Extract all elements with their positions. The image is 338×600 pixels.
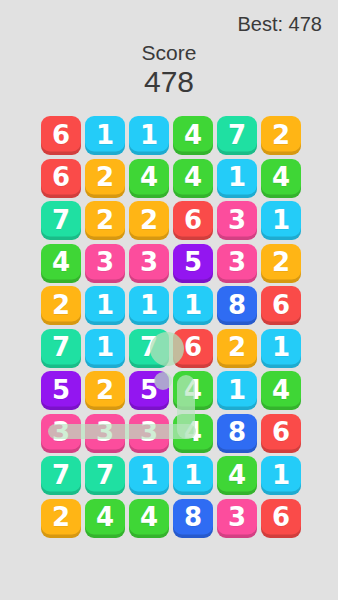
tile-r9-c3[interactable]: 1 (129, 456, 169, 495)
tile-r7-c3[interactable]: 5 (129, 371, 169, 410)
tile-number: 1 (96, 334, 114, 360)
tile-r6-c2[interactable]: 1 (85, 329, 125, 368)
score-panel: Score 478 (0, 42, 338, 98)
tile-r5-c6[interactable]: 6 (261, 286, 301, 325)
tile-r2-c3[interactable]: 4 (129, 159, 169, 198)
best-score-label: Best: 478 (237, 13, 322, 36)
tile-number: 6 (272, 419, 290, 445)
tile-number: 3 (96, 419, 114, 445)
tile-r8-c5[interactable]: 8 (217, 414, 257, 453)
tile-number: 3 (96, 249, 114, 275)
tile-number: 8 (228, 292, 246, 318)
tile-r7-c2[interactable]: 2 (85, 371, 125, 410)
tile-r4-c2[interactable]: 3 (85, 244, 125, 283)
tile-number: 8 (228, 419, 246, 445)
score-label: Score (0, 42, 338, 64)
tile-number: 1 (272, 462, 290, 488)
tile-r10-c6[interactable]: 6 (261, 499, 301, 538)
tile-r4-c6[interactable]: 2 (261, 244, 301, 283)
tile-r4-c3[interactable]: 3 (129, 244, 169, 283)
tile-r7-c1[interactable]: 5 (41, 371, 81, 410)
tile-number: 6 (184, 334, 202, 360)
tile-number: 7 (140, 334, 158, 360)
tile-r10-c1[interactable]: 2 (41, 499, 81, 538)
tile-number: 7 (228, 122, 246, 148)
tile-r10-c3[interactable]: 4 (129, 499, 169, 538)
tile-number: 1 (228, 377, 246, 403)
tile-r4-c1[interactable]: 4 (41, 244, 81, 283)
board-grid: 6114726244147226314335322111867176215254… (41, 116, 301, 538)
tile-number: 1 (272, 207, 290, 233)
tile-r3-c2[interactable]: 2 (85, 201, 125, 240)
tile-number: 3 (228, 504, 246, 530)
tile-number: 4 (184, 122, 202, 148)
tile-number: 3 (140, 249, 158, 275)
tile-number: 5 (184, 249, 202, 275)
tile-number: 7 (52, 462, 70, 488)
tile-r1-c5[interactable]: 7 (217, 116, 257, 155)
tile-number: 1 (228, 164, 246, 190)
tile-number: 6 (52, 164, 70, 190)
tile-r5-c4[interactable]: 1 (173, 286, 213, 325)
tile-r1-c4[interactable]: 4 (173, 116, 213, 155)
tile-number: 1 (140, 462, 158, 488)
tile-r3-c1[interactable]: 7 (41, 201, 81, 240)
tile-r1-c3[interactable]: 1 (129, 116, 169, 155)
tile-r10-c4[interactable]: 8 (173, 499, 213, 538)
tile-r8-c6[interactable]: 6 (261, 414, 301, 453)
tile-r3-c4[interactable]: 6 (173, 201, 213, 240)
tile-number: 1 (96, 292, 114, 318)
tile-r6-c1[interactable]: 7 (41, 329, 81, 368)
tile-number: 4 (272, 164, 290, 190)
tile-number: 2 (52, 292, 70, 318)
tile-r3-c5[interactable]: 3 (217, 201, 257, 240)
tile-r10-c5[interactable]: 3 (217, 499, 257, 538)
tile-number: 1 (184, 292, 202, 318)
tile-r2-c6[interactable]: 4 (261, 159, 301, 198)
tile-number: 2 (272, 122, 290, 148)
tile-r7-c4[interactable]: 4 (173, 371, 213, 410)
tile-number: 3 (140, 419, 158, 445)
tile-number: 2 (228, 334, 246, 360)
tile-r8-c1[interactable]: 3 (41, 414, 81, 453)
tile-r9-c2[interactable]: 7 (85, 456, 125, 495)
tile-number: 2 (96, 207, 114, 233)
tile-number: 4 (272, 377, 290, 403)
tile-number: 5 (52, 377, 70, 403)
tile-number: 4 (96, 504, 114, 530)
tile-r9-c5[interactable]: 4 (217, 456, 257, 495)
tile-r1-c1[interactable]: 6 (41, 116, 81, 155)
tile-number: 4 (184, 164, 202, 190)
tile-r7-c5[interactable]: 1 (217, 371, 257, 410)
tile-r3-c3[interactable]: 2 (129, 201, 169, 240)
tile-number: 1 (140, 122, 158, 148)
tile-r2-c4[interactable]: 4 (173, 159, 213, 198)
tile-r4-c4[interactable]: 5 (173, 244, 213, 283)
tile-r5-c3[interactable]: 1 (129, 286, 169, 325)
tile-number: 6 (272, 504, 290, 530)
tile-number: 4 (52, 249, 70, 275)
tile-r3-c6[interactable]: 1 (261, 201, 301, 240)
tile-number: 2 (52, 504, 70, 530)
tile-r8-c4[interactable]: 4 (173, 414, 213, 453)
tile-r2-c2[interactable]: 2 (85, 159, 125, 198)
score-value: 478 (0, 66, 338, 98)
tile-r6-c5[interactable]: 2 (217, 329, 257, 368)
game-screen: Best: 478 Score 478 61147262441472263143… (0, 0, 338, 600)
tile-number: 4 (140, 504, 158, 530)
tile-number: 3 (228, 249, 246, 275)
tile-r1-c6[interactable]: 2 (261, 116, 301, 155)
tile-r8-c3[interactable]: 3 (129, 414, 169, 453)
tile-number: 7 (52, 207, 70, 233)
tile-r4-c5[interactable]: 3 (217, 244, 257, 283)
tile-number: 6 (52, 122, 70, 148)
tile-number: 1 (96, 122, 114, 148)
tile-number: 4 (184, 419, 202, 445)
tile-r9-c1[interactable]: 7 (41, 456, 81, 495)
tile-number: 4 (140, 164, 158, 190)
tile-number: 3 (228, 207, 246, 233)
tile-r2-c1[interactable]: 6 (41, 159, 81, 198)
tile-number: 8 (184, 504, 202, 530)
tile-r5-c1[interactable]: 2 (41, 286, 81, 325)
tile-r10-c2[interactable]: 4 (85, 499, 125, 538)
tile-number: 4 (184, 377, 202, 403)
tile-number: 6 (272, 292, 290, 318)
tile-r9-c6[interactable]: 1 (261, 456, 301, 495)
tile-r6-c6[interactable]: 1 (261, 329, 301, 368)
tile-r9-c4[interactable]: 1 (173, 456, 213, 495)
tile-number: 2 (272, 249, 290, 275)
tile-number: 1 (184, 462, 202, 488)
tile-number: 2 (96, 377, 114, 403)
tile-number: 2 (140, 207, 158, 233)
tile-number: 5 (140, 377, 158, 403)
tile-number: 7 (52, 334, 70, 360)
tile-number: 7 (96, 462, 114, 488)
tile-number: 1 (272, 334, 290, 360)
tile-number: 4 (228, 462, 246, 488)
tile-r7-c6[interactable]: 4 (261, 371, 301, 410)
tile-number: 1 (140, 292, 158, 318)
tile-r2-c5[interactable]: 1 (217, 159, 257, 198)
tile-r8-c2[interactable]: 3 (85, 414, 125, 453)
tile-r5-c2[interactable]: 1 (85, 286, 125, 325)
tile-number: 3 (52, 419, 70, 445)
tile-number: 6 (184, 207, 202, 233)
tile-r1-c2[interactable]: 1 (85, 116, 125, 155)
tile-r6-c3[interactable]: 7 (129, 329, 169, 368)
tile-r6-c4[interactable]: 6 (173, 329, 213, 368)
tile-number: 2 (96, 164, 114, 190)
tile-r5-c5[interactable]: 8 (217, 286, 257, 325)
